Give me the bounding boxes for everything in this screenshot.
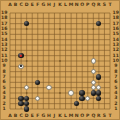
stone-white-F3[interactable] bbox=[35, 96, 40, 101]
stone-white-P3[interactable] bbox=[85, 96, 90, 101]
stone-black-O3[interactable] bbox=[79, 96, 84, 101]
col-label-bottom-L: L bbox=[64, 113, 67, 118]
col-label-bottom-F: F bbox=[36, 113, 39, 118]
col-label-bottom-B: B bbox=[14, 113, 18, 118]
stone-white-C9[interactable] bbox=[18, 64, 23, 69]
col-label-bottom-T: T bbox=[108, 113, 111, 118]
col-label-bottom-R: R bbox=[97, 113, 101, 118]
col-label-top-H: H bbox=[47, 2, 51, 7]
col-label-bottom-K: K bbox=[58, 113, 62, 118]
stone-annotation-dot bbox=[20, 65, 22, 67]
go-board[interactable]: AABBCCDDEEFFGGHHJJKKLLMMNNOOPPQQRRSSTT19… bbox=[0, 0, 120, 120]
go-app: AABBCCDDEEFFGGHHJJKKLLMMNNOOPPQQRRSSTT19… bbox=[0, 0, 120, 120]
row-label-right-1: 1 bbox=[114, 107, 117, 112]
col-label-top-N: N bbox=[75, 2, 79, 7]
stone-white-M4[interactable] bbox=[68, 90, 73, 95]
col-label-top-E: E bbox=[31, 2, 34, 7]
col-label-top-K: K bbox=[58, 2, 62, 7]
last-move-marker bbox=[20, 54, 22, 56]
col-label-bottom-H: H bbox=[47, 113, 51, 118]
stone-white-D5[interactable] bbox=[24, 85, 29, 90]
col-label-bottom-M: M bbox=[69, 113, 74, 118]
stone-black-R4[interactable] bbox=[96, 90, 101, 95]
col-label-bottom-O: O bbox=[80, 113, 84, 118]
col-label-bottom-G: G bbox=[41, 113, 45, 118]
col-label-top-F: F bbox=[36, 2, 39, 7]
col-label-top-Q: Q bbox=[91, 2, 95, 7]
col-label-top-S: S bbox=[103, 2, 106, 7]
stone-white-R5[interactable] bbox=[96, 85, 101, 90]
col-label-top-A: A bbox=[8, 2, 12, 7]
col-label-top-G: G bbox=[41, 2, 45, 7]
col-label-top-T: T bbox=[108, 2, 111, 7]
col-label-top-R: R bbox=[97, 2, 101, 7]
stone-white-Q10[interactable] bbox=[91, 58, 96, 63]
stone-black-D1[interactable] bbox=[24, 106, 29, 111]
col-label-bottom-D: D bbox=[25, 113, 29, 118]
col-label-top-C: C bbox=[19, 2, 22, 7]
col-label-top-P: P bbox=[86, 2, 89, 7]
stones-layer bbox=[7, 10, 112, 111]
col-label-top-B: B bbox=[14, 2, 18, 7]
col-label-bottom-C: C bbox=[19, 113, 22, 118]
stone-black-N2[interactable] bbox=[74, 101, 79, 106]
stone-black-R17[interactable] bbox=[96, 21, 101, 26]
col-label-top-O: O bbox=[80, 2, 84, 7]
col-label-bottom-J: J bbox=[54, 113, 56, 118]
stone-black-O4[interactable] bbox=[79, 90, 84, 95]
col-label-top-J: J bbox=[54, 2, 56, 7]
stone-white-H5[interactable] bbox=[46, 85, 51, 90]
stone-black-D17[interactable] bbox=[24, 21, 29, 26]
stone-black-C2[interactable] bbox=[18, 101, 23, 106]
stone-black-R7[interactable] bbox=[96, 74, 101, 79]
col-label-bottom-E: E bbox=[31, 113, 34, 118]
col-label-top-L: L bbox=[64, 2, 67, 7]
col-label-bottom-P: P bbox=[86, 113, 89, 118]
col-label-bottom-S: S bbox=[103, 113, 106, 118]
stone-black-F6[interactable] bbox=[35, 80, 40, 85]
stone-black-C11[interactable] bbox=[18, 53, 23, 58]
col-label-top-M: M bbox=[69, 2, 74, 7]
col-label-top-D: D bbox=[25, 2, 29, 7]
col-label-bottom-A: A bbox=[8, 113, 12, 118]
stone-black-R3[interactable] bbox=[96, 96, 101, 101]
col-label-bottom-N: N bbox=[75, 113, 79, 118]
stone-white-Q8[interactable] bbox=[91, 69, 96, 74]
row-label-left-1: 1 bbox=[3, 107, 6, 112]
col-label-bottom-Q: Q bbox=[91, 113, 95, 118]
